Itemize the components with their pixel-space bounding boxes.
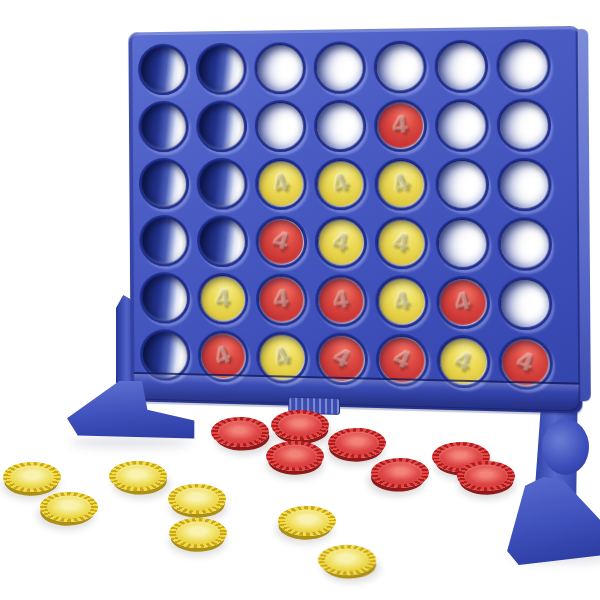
hole xyxy=(139,215,189,267)
cell-r3c3[interactable]: 4 xyxy=(255,158,307,210)
cell-r5c4[interactable]: 4 xyxy=(315,274,367,327)
cell-r1c1[interactable] xyxy=(138,44,188,96)
loose-yellow-disc[interactable] xyxy=(166,483,229,516)
hole xyxy=(497,98,552,151)
cell-r2c6[interactable] xyxy=(435,99,489,152)
hole: 4 xyxy=(256,273,308,326)
loose-yellow-disc[interactable] xyxy=(274,504,340,539)
red-piece[interactable]: 4 xyxy=(380,338,424,383)
emboss-numeral: 4 xyxy=(270,228,292,256)
loose-red-disc[interactable] xyxy=(456,460,517,492)
hole: 4 xyxy=(374,99,427,152)
board-side-face xyxy=(578,29,591,402)
yellow-piece[interactable]: 4 xyxy=(259,162,302,205)
hole xyxy=(436,217,490,270)
emboss-numeral: 4 xyxy=(331,287,351,313)
emboss-numeral: 4 xyxy=(390,346,415,375)
hole: 4 xyxy=(375,275,428,328)
red-piece[interactable]: 4 xyxy=(320,279,364,323)
emboss-numeral: 4 xyxy=(329,344,354,373)
hole xyxy=(314,100,366,152)
emboss-numeral: 4 xyxy=(328,170,353,199)
hole: 4 xyxy=(315,216,367,269)
hole xyxy=(138,44,188,96)
connect-four-board: 444444444444444444 xyxy=(128,26,582,414)
cell-r3c6[interactable] xyxy=(435,158,489,211)
hole xyxy=(254,42,306,94)
hole: 4 xyxy=(197,273,248,325)
loose-yellow-disc[interactable] xyxy=(35,489,103,524)
emboss-numeral: 4 xyxy=(214,287,232,311)
cell-r3c7[interactable] xyxy=(497,158,552,211)
board-grid: 444444444444444444 xyxy=(138,39,540,376)
hole xyxy=(497,158,552,211)
cell-r1c5[interactable] xyxy=(374,40,427,93)
cell-r2c1[interactable] xyxy=(138,101,188,152)
cell-r5c6[interactable]: 4 xyxy=(436,276,490,330)
cell-r5c7[interactable] xyxy=(498,276,553,330)
cell-r3c2[interactable] xyxy=(197,158,248,210)
hole: 4 xyxy=(255,216,307,268)
yellow-piece[interactable]: 4 xyxy=(319,162,363,206)
hole xyxy=(138,101,188,152)
hole: 4 xyxy=(436,276,490,330)
cell-r5c2[interactable]: 4 xyxy=(197,273,248,325)
cell-r1c2[interactable] xyxy=(196,43,247,95)
emboss-numeral: 4 xyxy=(514,349,538,378)
cell-r3c5[interactable]: 4 xyxy=(374,158,427,211)
loose-yellow-disc[interactable] xyxy=(168,517,228,548)
cell-r5c1[interactable] xyxy=(140,272,190,324)
emboss-numeral: 4 xyxy=(269,343,295,372)
yellow-piece[interactable]: 4 xyxy=(319,220,363,264)
cell-r1c4[interactable] xyxy=(314,41,366,94)
cell-r4c1[interactable] xyxy=(139,215,189,267)
board-right-foot xyxy=(505,477,600,565)
red-piece[interactable]: 4 xyxy=(503,340,548,385)
cell-r4c4[interactable]: 4 xyxy=(315,216,367,269)
hole: 4 xyxy=(315,274,367,327)
hole: 4 xyxy=(314,158,366,210)
yellow-piece[interactable]: 4 xyxy=(441,339,486,384)
red-piece[interactable]: 4 xyxy=(260,278,303,322)
cell-r4c2[interactable] xyxy=(197,215,248,267)
loose-yellow-disc[interactable] xyxy=(312,542,382,579)
cell-r2c5[interactable]: 4 xyxy=(374,99,427,152)
hole xyxy=(497,217,552,271)
cell-r1c3[interactable] xyxy=(254,42,306,94)
emboss-numeral: 4 xyxy=(451,347,475,376)
loose-red-disc[interactable] xyxy=(265,441,324,472)
cell-r1c6[interactable] xyxy=(435,40,489,93)
board-right-hinge-knob xyxy=(542,419,589,475)
cell-r2c2[interactable] xyxy=(196,100,247,152)
cell-r5c3[interactable]: 4 xyxy=(256,273,308,326)
hole xyxy=(496,39,551,93)
cell-r4c3[interactable]: 4 xyxy=(255,216,307,268)
cell-r4c5[interactable]: 4 xyxy=(375,216,428,269)
cell-r2c3[interactable] xyxy=(255,100,307,152)
hole xyxy=(196,100,247,152)
hole: 4 xyxy=(374,158,427,211)
yellow-piece[interactable]: 4 xyxy=(261,336,304,380)
cell-r1c7[interactable] xyxy=(496,39,551,93)
cell-r3c4[interactable]: 4 xyxy=(314,158,366,210)
hole xyxy=(435,158,489,211)
red-piece[interactable]: 4 xyxy=(320,337,364,381)
hole xyxy=(196,43,247,95)
hole xyxy=(498,276,553,330)
emboss-numeral: 4 xyxy=(211,342,235,370)
emboss-numeral: 4 xyxy=(388,170,414,199)
loose-red-disc[interactable] xyxy=(365,455,435,491)
red-piece[interactable]: 4 xyxy=(202,334,244,378)
hole xyxy=(139,158,189,209)
cell-r4c7[interactable] xyxy=(497,217,552,271)
loose-red-disc[interactable] xyxy=(325,426,389,459)
emboss-numeral: 4 xyxy=(391,288,413,315)
red-piece[interactable]: 4 xyxy=(260,220,303,264)
cell-r2c7[interactable] xyxy=(497,98,552,151)
hole xyxy=(435,40,489,93)
yellow-piece[interactable]: 4 xyxy=(379,221,423,265)
loose-red-disc[interactable] xyxy=(204,414,275,451)
emboss-numeral: 4 xyxy=(330,229,351,256)
hole xyxy=(255,100,307,152)
hole xyxy=(435,99,489,152)
yellow-piece[interactable]: 4 xyxy=(380,279,424,323)
emboss-numeral: 4 xyxy=(269,170,293,198)
hole xyxy=(314,41,366,94)
hole xyxy=(374,40,427,93)
yellow-piece[interactable]: 4 xyxy=(202,277,244,321)
hole xyxy=(197,158,248,210)
cell-r3c1[interactable] xyxy=(139,158,189,209)
hole: 4 xyxy=(255,158,307,210)
hole: 4 xyxy=(375,216,428,269)
loose-yellow-disc[interactable] xyxy=(1,461,63,493)
emboss-numeral: 4 xyxy=(451,289,474,317)
emboss-numeral: 4 xyxy=(391,230,411,257)
emboss-numeral: 4 xyxy=(272,287,291,312)
yellow-piece[interactable]: 4 xyxy=(379,162,423,206)
scene: 444444444444444444 xyxy=(0,0,600,600)
hole xyxy=(197,215,248,267)
cell-r5c5[interactable]: 4 xyxy=(375,275,428,328)
loose-yellow-disc[interactable] xyxy=(104,458,173,494)
cell-r4c6[interactable] xyxy=(436,217,490,270)
emboss-numeral: 4 xyxy=(391,113,410,139)
red-piece[interactable]: 4 xyxy=(378,104,422,148)
hole xyxy=(140,272,190,324)
red-piece[interactable]: 4 xyxy=(441,280,486,325)
cell-r2c4[interactable] xyxy=(314,100,366,152)
